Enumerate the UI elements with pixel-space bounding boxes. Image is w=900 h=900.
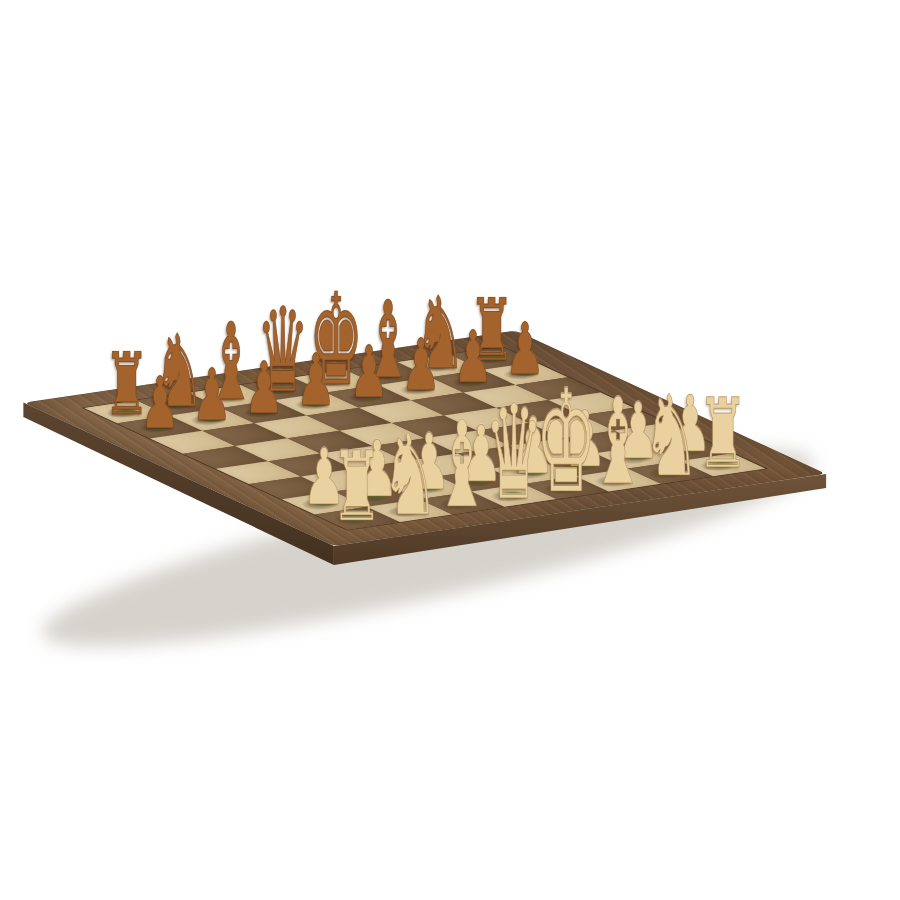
piece-white-king-e1[interactable]: ♚ <box>536 371 597 513</box>
piece-white-bishop-c1[interactable]: ♝ <box>434 405 490 524</box>
piece-black-pawn-b7[interactable]: ♟ <box>192 360 232 432</box>
piece-white-bishop-f1[interactable]: ♝ <box>591 382 647 501</box>
piece-white-queen-d1[interactable]: ♛ <box>485 388 544 519</box>
piece-black-pawn-a7[interactable]: ♟ <box>140 368 180 440</box>
piece-black-pawn-f7[interactable]: ♟ <box>401 330 441 402</box>
piece-black-pawn-d7[interactable]: ♟ <box>296 345 336 417</box>
pieces-layer: ♜♞♝♛♚♝♞♜♟♟♟♟♟♟♟♟♟♟♟♟♟♟♟♟♜♞♝♛♚♝♞♜ <box>0 0 900 900</box>
piece-black-pawn-e7[interactable]: ♟ <box>349 338 389 410</box>
chess-set-photo: ♜♞♝♛♚♝♞♜♟♟♟♟♟♟♟♟♟♟♟♟♟♟♟♟♜♞♝♛♚♝♞♜ <box>0 0 900 900</box>
piece-black-pawn-c7[interactable]: ♟ <box>244 353 284 425</box>
piece-white-rook-a1[interactable]: ♜ <box>331 439 383 535</box>
piece-white-knight-g1[interactable]: ♞ <box>641 381 699 493</box>
piece-white-rook-h1[interactable]: ♜ <box>697 386 749 482</box>
piece-white-knight-b1[interactable]: ♞ <box>380 419 438 531</box>
